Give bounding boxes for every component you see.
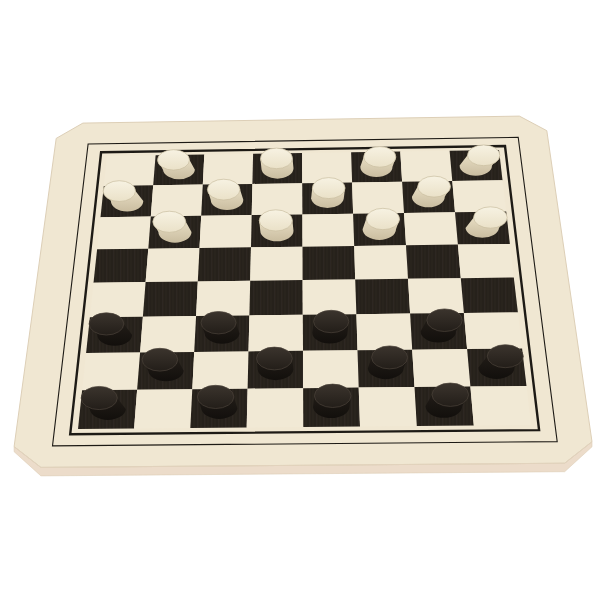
square-f3[interactable] xyxy=(356,314,412,351)
piece-top xyxy=(366,208,399,229)
square-c5[interactable] xyxy=(198,247,251,281)
square-h3[interactable] xyxy=(464,312,522,349)
square-g2[interactable] xyxy=(412,349,470,387)
piece-top xyxy=(197,385,233,408)
square-a2[interactable] xyxy=(82,353,140,391)
square-f1[interactable] xyxy=(359,387,417,426)
piece-top xyxy=(257,347,293,370)
square-h4[interactable] xyxy=(461,278,518,314)
square-e2[interactable] xyxy=(303,350,359,388)
piece-top xyxy=(259,210,292,231)
square-h1[interactable] xyxy=(470,386,531,426)
square-h5[interactable] xyxy=(458,244,514,278)
piece-white-e7[interactable] xyxy=(311,178,345,208)
piece-top xyxy=(314,384,351,407)
checkers-board-render xyxy=(0,0,600,600)
piece-top xyxy=(207,179,240,200)
piece-top xyxy=(89,313,124,335)
piece-top xyxy=(158,150,190,170)
square-b3[interactable] xyxy=(140,316,196,353)
square-e6[interactable] xyxy=(302,214,354,247)
square-g4[interactable] xyxy=(408,278,464,313)
piece-top xyxy=(201,312,236,334)
piece-white-d8[interactable] xyxy=(260,148,293,179)
piece-white-d6[interactable] xyxy=(259,210,293,242)
piece-top xyxy=(427,309,462,332)
square-e4[interactable] xyxy=(303,280,357,315)
piece-top xyxy=(153,211,186,232)
piece-top xyxy=(81,386,117,409)
piece-top xyxy=(261,148,293,169)
piece-top xyxy=(142,348,178,371)
piece-top xyxy=(103,181,135,202)
piece-top xyxy=(314,310,349,332)
square-c2[interactable] xyxy=(192,351,248,389)
piece-black-d2[interactable] xyxy=(257,347,294,380)
square-c6[interactable] xyxy=(200,215,252,248)
checkers-product-photo xyxy=(0,0,600,600)
piece-top xyxy=(418,176,451,197)
piece-top xyxy=(372,346,408,369)
square-b5[interactable] xyxy=(146,248,200,282)
square-d4[interactable] xyxy=(249,280,302,315)
square-d5[interactable] xyxy=(250,247,302,281)
square-a8[interactable] xyxy=(104,155,156,186)
square-g6[interactable] xyxy=(404,212,458,245)
square-d1[interactable] xyxy=(247,388,304,427)
piece-top xyxy=(364,147,396,168)
piece-black-e3[interactable] xyxy=(312,310,349,343)
piece-top xyxy=(487,345,523,368)
square-f4[interactable] xyxy=(355,279,410,314)
square-a4[interactable] xyxy=(90,282,146,317)
piece-top xyxy=(474,207,508,228)
square-b1[interactable] xyxy=(134,389,192,428)
piece-top xyxy=(312,178,345,199)
square-f5[interactable] xyxy=(354,245,408,279)
square-c4[interactable] xyxy=(196,281,250,316)
square-a6[interactable] xyxy=(97,217,151,250)
square-b4[interactable] xyxy=(143,281,198,316)
square-h7[interactable] xyxy=(452,180,506,212)
piece-top xyxy=(432,383,469,406)
piece-black-e1[interactable] xyxy=(313,384,351,418)
square-b7[interactable] xyxy=(151,185,203,217)
square-a5[interactable] xyxy=(94,249,149,283)
square-g5[interactable] xyxy=(406,245,461,279)
square-e5[interactable] xyxy=(303,246,356,280)
square-d3[interactable] xyxy=(249,315,304,352)
piece-top xyxy=(468,145,500,166)
